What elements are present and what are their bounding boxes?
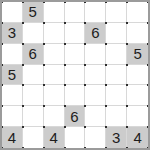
clue-cell: 6 (23, 44, 44, 65)
empty-cell[interactable] (44, 2, 65, 23)
empty-cell[interactable] (23, 23, 44, 44)
empty-cell[interactable] (2, 2, 23, 23)
empty-cell[interactable] (65, 85, 86, 106)
clue-cell: 3 (2, 23, 23, 44)
empty-cell[interactable] (106, 106, 127, 127)
clue-cell: 5 (127, 44, 148, 65)
empty-cell[interactable] (85, 85, 106, 106)
clue-cell: 6 (65, 106, 86, 127)
empty-cell[interactable] (44, 85, 65, 106)
empty-cell[interactable] (106, 23, 127, 44)
empty-cell[interactable] (2, 106, 23, 127)
clue-cell: 6 (85, 23, 106, 44)
clue-cell: 4 (44, 127, 65, 148)
empty-cell[interactable] (23, 127, 44, 148)
empty-cell[interactable] (44, 44, 65, 65)
empty-cell[interactable] (85, 106, 106, 127)
empty-cell[interactable] (127, 106, 148, 127)
empty-cell[interactable] (44, 106, 65, 127)
empty-cell[interactable] (44, 23, 65, 44)
empty-cell[interactable] (44, 65, 65, 86)
empty-cell[interactable] (85, 65, 106, 86)
empty-cell[interactable] (127, 23, 148, 44)
clue-cell: 3 (106, 127, 127, 148)
empty-cell[interactable] (65, 44, 86, 65)
empty-cell[interactable] (127, 2, 148, 23)
clue-cell: 5 (23, 2, 44, 23)
empty-cell[interactable] (127, 65, 148, 86)
minesweeper-board: 53665564434 (0, 0, 150, 150)
empty-cell[interactable] (106, 2, 127, 23)
clue-cell: 5 (2, 65, 23, 86)
empty-cell[interactable] (23, 65, 44, 86)
empty-cell[interactable] (85, 127, 106, 148)
empty-cell[interactable] (106, 65, 127, 86)
empty-cell[interactable] (85, 44, 106, 65)
empty-cell[interactable] (65, 127, 86, 148)
empty-cell[interactable] (2, 44, 23, 65)
empty-cell[interactable] (106, 44, 127, 65)
empty-cell[interactable] (65, 2, 86, 23)
empty-cell[interactable] (65, 65, 86, 86)
empty-cell[interactable] (65, 23, 86, 44)
empty-cell[interactable] (106, 85, 127, 106)
empty-cell[interactable] (2, 85, 23, 106)
empty-cell[interactable] (23, 106, 44, 127)
empty-cell[interactable] (23, 85, 44, 106)
empty-cell[interactable] (85, 2, 106, 23)
clue-cell: 4 (127, 127, 148, 148)
empty-cell[interactable] (127, 85, 148, 106)
clue-cell: 4 (2, 127, 23, 148)
